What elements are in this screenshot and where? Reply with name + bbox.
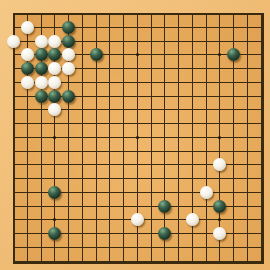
board-cell[interactable]	[75, 213, 89, 227]
board-cell[interactable]	[213, 75, 227, 89]
board-cell[interactable]	[89, 172, 103, 186]
board-cell[interactable]	[241, 158, 255, 172]
board-cell[interactable]	[172, 144, 186, 158]
board-cell[interactable]	[20, 186, 34, 200]
board-cell[interactable]	[172, 34, 186, 48]
board-cell[interactable]	[158, 62, 172, 76]
board-cell[interactable]	[75, 186, 89, 200]
board-cell[interactable]	[117, 130, 131, 144]
board-cell[interactable]	[254, 7, 268, 21]
board-cell[interactable]	[117, 144, 131, 158]
board-cell[interactable]	[158, 20, 172, 34]
board-cell[interactable]	[199, 144, 213, 158]
board-cell[interactable]	[199, 158, 213, 172]
board-cell[interactable]	[62, 7, 76, 21]
board-cell[interactable]	[241, 227, 255, 241]
board-cell[interactable]	[213, 20, 227, 34]
board-cell[interactable]	[227, 117, 241, 131]
board-cell[interactable]	[227, 254, 241, 268]
board-cell[interactable]	[213, 186, 227, 200]
board-cell[interactable]	[227, 48, 241, 62]
board-cell[interactable]	[20, 213, 34, 227]
board-cell[interactable]	[75, 89, 89, 103]
board-cell[interactable]	[34, 75, 48, 89]
board-cell[interactable]	[199, 89, 213, 103]
board-cell[interactable]	[172, 130, 186, 144]
board-cell[interactable]	[20, 103, 34, 117]
board-cell[interactable]	[172, 241, 186, 255]
board-cell[interactable]	[34, 103, 48, 117]
board-cell[interactable]	[241, 7, 255, 21]
board-cell[interactable]	[117, 103, 131, 117]
board-cell[interactable]	[103, 7, 117, 21]
board-cell[interactable]	[144, 34, 158, 48]
board-cell[interactable]	[89, 227, 103, 241]
board-cell[interactable]	[199, 199, 213, 213]
board-cell[interactable]	[241, 48, 255, 62]
board-cell[interactable]	[48, 213, 62, 227]
board-cell[interactable]	[130, 199, 144, 213]
board-cell[interactable]	[103, 227, 117, 241]
board-cell[interactable]	[62, 213, 76, 227]
board-cell[interactable]	[186, 241, 200, 255]
board-cell[interactable]	[34, 7, 48, 21]
board-cell[interactable]	[7, 199, 21, 213]
board-cell[interactable]	[7, 144, 21, 158]
board-cell[interactable]	[186, 62, 200, 76]
board-cell[interactable]	[172, 62, 186, 76]
board-cell[interactable]	[254, 48, 268, 62]
board-cell[interactable]	[172, 158, 186, 172]
board-cell[interactable]	[103, 186, 117, 200]
board-cell[interactable]	[130, 48, 144, 62]
board-cell[interactable]	[117, 213, 131, 227]
board-cell[interactable]	[130, 144, 144, 158]
board-cell[interactable]	[199, 75, 213, 89]
board-cell[interactable]	[199, 20, 213, 34]
board-cell[interactable]	[48, 144, 62, 158]
board-cell[interactable]	[7, 34, 21, 48]
board-cell[interactable]	[103, 89, 117, 103]
board-cell[interactable]	[172, 186, 186, 200]
board-cell[interactable]	[254, 117, 268, 131]
board-cell[interactable]	[213, 254, 227, 268]
board-cell[interactable]	[89, 62, 103, 76]
board-cell[interactable]	[227, 172, 241, 186]
board-cell[interactable]	[144, 117, 158, 131]
board-cell[interactable]	[241, 20, 255, 34]
board-cell[interactable]	[254, 75, 268, 89]
board-cell[interactable]	[75, 75, 89, 89]
board-cell[interactable]	[89, 20, 103, 34]
board-cell[interactable]	[158, 130, 172, 144]
board-cell[interactable]	[254, 89, 268, 103]
board-cell[interactable]	[227, 103, 241, 117]
board-cell[interactable]	[199, 7, 213, 21]
board-cell[interactable]	[144, 213, 158, 227]
board-cell[interactable]	[103, 241, 117, 255]
board-cell[interactable]	[227, 62, 241, 76]
board-cell[interactable]	[254, 227, 268, 241]
board-cell[interactable]	[48, 227, 62, 241]
board-cell[interactable]	[158, 144, 172, 158]
board-cell[interactable]	[75, 199, 89, 213]
board-cell[interactable]	[227, 34, 241, 48]
board-cell[interactable]	[48, 158, 62, 172]
board-cell[interactable]	[20, 227, 34, 241]
board-cell[interactable]	[89, 213, 103, 227]
board-cell[interactable]	[241, 199, 255, 213]
board-cell[interactable]	[158, 241, 172, 255]
board-cell[interactable]	[75, 241, 89, 255]
board-cell[interactable]	[227, 199, 241, 213]
board-cell[interactable]	[199, 34, 213, 48]
board-cell[interactable]	[89, 130, 103, 144]
board-cell[interactable]	[254, 199, 268, 213]
board-cell[interactable]	[144, 186, 158, 200]
board-cell[interactable]	[158, 213, 172, 227]
board-cell[interactable]	[34, 227, 48, 241]
board-cell[interactable]	[7, 20, 21, 34]
board-cell[interactable]	[213, 227, 227, 241]
board-cell[interactable]	[241, 103, 255, 117]
board-cell[interactable]	[89, 144, 103, 158]
board-cell[interactable]	[48, 199, 62, 213]
board-cell[interactable]	[144, 75, 158, 89]
board-cell[interactable]	[20, 241, 34, 255]
board-cell[interactable]	[48, 34, 62, 48]
board-cell[interactable]	[62, 199, 76, 213]
board-cell[interactable]	[34, 130, 48, 144]
board-cell[interactable]	[158, 34, 172, 48]
board-cell[interactable]	[75, 34, 89, 48]
board-cell[interactable]	[158, 172, 172, 186]
board-cell[interactable]	[34, 186, 48, 200]
board-cell[interactable]	[199, 254, 213, 268]
board-cell[interactable]	[241, 186, 255, 200]
board-cell[interactable]	[75, 48, 89, 62]
board-cell[interactable]	[158, 199, 172, 213]
board-cell[interactable]	[7, 75, 21, 89]
board-cell[interactable]	[158, 186, 172, 200]
board-cell[interactable]	[117, 227, 131, 241]
board-cell[interactable]	[117, 75, 131, 89]
board-cell[interactable]	[130, 34, 144, 48]
board-cell[interactable]	[186, 20, 200, 34]
board-cell[interactable]	[199, 172, 213, 186]
board-cell[interactable]	[199, 227, 213, 241]
board-cell[interactable]	[186, 199, 200, 213]
board-cell[interactable]	[186, 186, 200, 200]
board-cell[interactable]	[20, 20, 34, 34]
board-cell[interactable]	[186, 227, 200, 241]
board-cell[interactable]	[254, 103, 268, 117]
board-cell[interactable]	[130, 241, 144, 255]
board-cell[interactable]	[186, 158, 200, 172]
board-cell[interactable]	[144, 130, 158, 144]
board-cell[interactable]	[34, 144, 48, 158]
board-cell[interactable]	[144, 20, 158, 34]
board-cell[interactable]	[20, 34, 34, 48]
board-cell[interactable]	[158, 227, 172, 241]
board-cell[interactable]	[48, 117, 62, 131]
board-cell[interactable]	[62, 103, 76, 117]
board-cell[interactable]	[20, 144, 34, 158]
board-cell[interactable]	[20, 130, 34, 144]
board-cell[interactable]	[20, 75, 34, 89]
board-cell[interactable]	[34, 158, 48, 172]
board-cell[interactable]	[89, 34, 103, 48]
board-cell[interactable]	[62, 89, 76, 103]
board-cell[interactable]	[48, 241, 62, 255]
board-cell[interactable]	[130, 254, 144, 268]
board-cell[interactable]	[103, 48, 117, 62]
board-cell[interactable]	[144, 172, 158, 186]
board-cell[interactable]	[144, 158, 158, 172]
board-cell[interactable]	[117, 199, 131, 213]
board-cell[interactable]	[254, 20, 268, 34]
board-cell[interactable]	[117, 158, 131, 172]
board-cell[interactable]	[254, 186, 268, 200]
board-cell[interactable]	[89, 7, 103, 21]
board-cell[interactable]	[7, 130, 21, 144]
board-cell[interactable]	[34, 241, 48, 255]
board-cell[interactable]	[75, 62, 89, 76]
board-cell[interactable]	[213, 117, 227, 131]
board-cell[interactable]	[7, 62, 21, 76]
board-cell[interactable]	[34, 199, 48, 213]
board-cell[interactable]	[117, 172, 131, 186]
board-cell[interactable]	[62, 48, 76, 62]
board-cell[interactable]	[227, 20, 241, 34]
board-cell[interactable]	[48, 172, 62, 186]
board-cell[interactable]	[186, 130, 200, 144]
board-cell[interactable]	[103, 130, 117, 144]
board-cell[interactable]	[213, 89, 227, 103]
board-cell[interactable]	[144, 103, 158, 117]
board-cell[interactable]	[103, 117, 117, 131]
board-cell[interactable]	[213, 34, 227, 48]
board-cell[interactable]	[144, 7, 158, 21]
board-cell[interactable]	[117, 48, 131, 62]
board-cell[interactable]	[227, 158, 241, 172]
board-cell[interactable]	[62, 75, 76, 89]
board-cell[interactable]	[103, 172, 117, 186]
board-cell[interactable]	[172, 172, 186, 186]
board-cell[interactable]	[254, 158, 268, 172]
board-cell[interactable]	[172, 48, 186, 62]
board-cell[interactable]	[62, 254, 76, 268]
board-cell[interactable]	[254, 34, 268, 48]
board-cell[interactable]	[130, 75, 144, 89]
board-cell[interactable]	[227, 227, 241, 241]
board-cell[interactable]	[75, 144, 89, 158]
board-cell[interactable]	[130, 186, 144, 200]
board-cell[interactable]	[75, 158, 89, 172]
board-cell[interactable]	[7, 7, 21, 21]
board-cell[interactable]	[199, 241, 213, 255]
board-cell[interactable]	[213, 144, 227, 158]
board-cell[interactable]	[75, 254, 89, 268]
board-cell[interactable]	[241, 144, 255, 158]
board-cell[interactable]	[89, 48, 103, 62]
board-cell[interactable]	[34, 34, 48, 48]
board-cell[interactable]	[241, 172, 255, 186]
board-cell[interactable]	[130, 172, 144, 186]
board-cell[interactable]	[227, 144, 241, 158]
board-cell[interactable]	[241, 34, 255, 48]
board-cell[interactable]	[34, 172, 48, 186]
board-cell[interactable]	[62, 172, 76, 186]
board-cell[interactable]	[186, 7, 200, 21]
board-cell[interactable]	[227, 130, 241, 144]
board-cell[interactable]	[103, 75, 117, 89]
board-cell[interactable]	[7, 158, 21, 172]
board-cell[interactable]	[254, 144, 268, 158]
board-cell[interactable]	[130, 130, 144, 144]
board-cell[interactable]	[186, 89, 200, 103]
board-cell[interactable]	[144, 62, 158, 76]
board-cell[interactable]	[62, 158, 76, 172]
board-cell[interactable]	[48, 103, 62, 117]
board-cell[interactable]	[89, 89, 103, 103]
board-cell[interactable]	[172, 227, 186, 241]
board-cell[interactable]	[117, 62, 131, 76]
board-cell[interactable]	[20, 158, 34, 172]
board-cell[interactable]	[117, 7, 131, 21]
board-cell[interactable]	[254, 254, 268, 268]
go-board[interactable]	[7, 7, 269, 269]
board-cell[interactable]	[48, 7, 62, 21]
board-cell[interactable]	[172, 199, 186, 213]
board-cell[interactable]	[199, 103, 213, 117]
board-cell[interactable]	[186, 254, 200, 268]
board-cell[interactable]	[144, 199, 158, 213]
board-cell[interactable]	[241, 254, 255, 268]
board-cell[interactable]	[103, 103, 117, 117]
board-cell[interactable]	[7, 241, 21, 255]
board-cell[interactable]	[213, 130, 227, 144]
board-cell[interactable]	[172, 213, 186, 227]
board-cell[interactable]	[7, 213, 21, 227]
board-cell[interactable]	[103, 62, 117, 76]
board-cell[interactable]	[144, 227, 158, 241]
board-cell[interactable]	[186, 75, 200, 89]
board-cell[interactable]	[62, 241, 76, 255]
board-cell[interactable]	[227, 241, 241, 255]
board-cell[interactable]	[172, 89, 186, 103]
board-cell[interactable]	[172, 103, 186, 117]
board-cell[interactable]	[186, 103, 200, 117]
board-cell[interactable]	[48, 89, 62, 103]
board-cell[interactable]	[34, 254, 48, 268]
board-cell[interactable]	[254, 241, 268, 255]
board-cell[interactable]	[7, 186, 21, 200]
board-cell[interactable]	[20, 7, 34, 21]
board-cell[interactable]	[213, 199, 227, 213]
board-cell[interactable]	[20, 117, 34, 131]
board-cell[interactable]	[75, 7, 89, 21]
board-cell[interactable]	[130, 7, 144, 21]
board-cell[interactable]	[130, 158, 144, 172]
board-cell[interactable]	[103, 199, 117, 213]
board-cell[interactable]	[20, 172, 34, 186]
board-cell[interactable]	[89, 103, 103, 117]
board-cell[interactable]	[117, 241, 131, 255]
board-cell[interactable]	[213, 7, 227, 21]
board-cell[interactable]	[227, 75, 241, 89]
board-cell[interactable]	[186, 213, 200, 227]
board-cell[interactable]	[62, 34, 76, 48]
board-cell[interactable]	[117, 254, 131, 268]
board-cell[interactable]	[89, 117, 103, 131]
board-cell[interactable]	[199, 117, 213, 131]
board-cell[interactable]	[186, 48, 200, 62]
board-cell[interactable]	[48, 75, 62, 89]
board-cell[interactable]	[199, 48, 213, 62]
board-cell[interactable]	[48, 48, 62, 62]
board-cell[interactable]	[48, 130, 62, 144]
board-cell[interactable]	[172, 75, 186, 89]
board-cell[interactable]	[7, 103, 21, 117]
board-cell[interactable]	[89, 254, 103, 268]
board-cell[interactable]	[254, 62, 268, 76]
board-cell[interactable]	[158, 48, 172, 62]
board-cell[interactable]	[34, 48, 48, 62]
board-cell[interactable]	[20, 48, 34, 62]
board-cell[interactable]	[241, 213, 255, 227]
board-cell[interactable]	[130, 62, 144, 76]
board-cell[interactable]	[158, 158, 172, 172]
board-cell[interactable]	[89, 158, 103, 172]
board-cell[interactable]	[213, 103, 227, 117]
board-cell[interactable]	[199, 213, 213, 227]
board-cell[interactable]	[186, 144, 200, 158]
board-cell[interactable]	[213, 213, 227, 227]
board-cell[interactable]	[199, 130, 213, 144]
board-cell[interactable]	[241, 89, 255, 103]
board-cell[interactable]	[199, 186, 213, 200]
board-cell[interactable]	[130, 89, 144, 103]
board-cell[interactable]	[117, 89, 131, 103]
board-cell[interactable]	[103, 34, 117, 48]
board-cell[interactable]	[130, 213, 144, 227]
board-cell[interactable]	[241, 130, 255, 144]
board-cell[interactable]	[75, 130, 89, 144]
board-cell[interactable]	[62, 62, 76, 76]
board-cell[interactable]	[75, 103, 89, 117]
board-cell[interactable]	[20, 62, 34, 76]
board-cell[interactable]	[241, 117, 255, 131]
board-cell[interactable]	[130, 103, 144, 117]
board-cell[interactable]	[144, 89, 158, 103]
board-cell[interactable]	[144, 144, 158, 158]
board-cell[interactable]	[7, 254, 21, 268]
board-cell[interactable]	[158, 75, 172, 89]
board-cell[interactable]	[75, 117, 89, 131]
board-cell[interactable]	[241, 75, 255, 89]
board-cell[interactable]	[213, 158, 227, 172]
board-cell[interactable]	[62, 20, 76, 34]
board-cell[interactable]	[34, 20, 48, 34]
board-cell[interactable]	[34, 117, 48, 131]
board-cell[interactable]	[172, 117, 186, 131]
board-cell[interactable]	[20, 199, 34, 213]
board-cell[interactable]	[144, 48, 158, 62]
board-cell[interactable]	[89, 186, 103, 200]
board-cell[interactable]	[227, 186, 241, 200]
board-cell[interactable]	[7, 227, 21, 241]
